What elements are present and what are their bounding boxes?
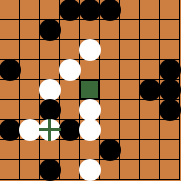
black-stone — [39, 19, 61, 41]
board-square-r0c4[interactable] — [80, 0, 100, 20]
board-square-r8c6[interactable] — [120, 160, 140, 180]
board-square-r2c4[interactable] — [80, 40, 100, 60]
black-stone — [159, 59, 181, 81]
board-square-r2c2[interactable] — [40, 40, 60, 60]
white-stone — [59, 59, 81, 81]
board-square-r0c0[interactable] — [0, 0, 20, 20]
board-square-r8c4[interactable] — [80, 160, 100, 180]
board-square-r8c8[interactable] — [160, 160, 180, 180]
board-square-r8c3[interactable] — [60, 160, 80, 180]
black-stone — [59, 119, 81, 141]
board-square-r1c4[interactable] — [80, 20, 100, 40]
board-square-r3c6[interactable] — [120, 60, 140, 80]
board-square-r2c8[interactable] — [160, 40, 180, 60]
white-stone — [19, 119, 41, 141]
board-square-r6c1[interactable] — [20, 120, 40, 140]
highlighted-square[interactable] — [80, 80, 100, 100]
board-square-r7c4[interactable] — [80, 140, 100, 160]
board-square-r8c1[interactable] — [20, 160, 40, 180]
board-square-r8c2[interactable] — [40, 160, 60, 180]
board-square-r5c7[interactable] — [140, 100, 160, 120]
black-stone — [59, 0, 81, 21]
black-stone — [99, 0, 121, 21]
black-stone — [79, 0, 101, 21]
board-square-r1c5[interactable] — [100, 20, 120, 40]
board-square-r5c2[interactable] — [40, 100, 60, 120]
board-square-r0c6[interactable] — [120, 0, 140, 20]
black-stone — [0, 59, 21, 81]
board-square-r0c5[interactable] — [100, 0, 120, 20]
cross-marker-icon — [48, 119, 51, 141]
game-board — [0, 0, 181, 181]
board-square-r7c3[interactable] — [60, 140, 80, 160]
board-square-r3c4[interactable] — [80, 60, 100, 80]
white-stone — [39, 79, 61, 101]
board-square-r2c3[interactable] — [60, 40, 80, 60]
board-square-r6c8[interactable] — [160, 120, 180, 140]
board-square-r8c7[interactable] — [140, 160, 160, 180]
board-square-r1c6[interactable] — [120, 20, 140, 40]
board-square-r4c0[interactable] — [0, 80, 20, 100]
board-square-r6c4[interactable] — [80, 120, 100, 140]
board-square-r0c8[interactable] — [160, 0, 180, 20]
board-square-r8c5[interactable] — [100, 160, 120, 180]
board-square-r2c1[interactable] — [20, 40, 40, 60]
board-square-r3c5[interactable] — [100, 60, 120, 80]
board-square-r1c1[interactable] — [20, 20, 40, 40]
board-square-r0c1[interactable] — [20, 0, 40, 20]
black-stone — [159, 79, 181, 101]
black-stone — [39, 99, 61, 121]
board-square-r0c7[interactable] — [140, 0, 160, 20]
board-square-r3c0[interactable] — [0, 60, 20, 80]
board-square-r7c6[interactable] — [120, 140, 140, 160]
board-square-r8c0[interactable] — [0, 160, 20, 180]
board-square-r7c7[interactable] — [140, 140, 160, 160]
board-square-r4c2[interactable] — [40, 80, 60, 100]
board-square-r6c6[interactable] — [120, 120, 140, 140]
board-square-r7c2[interactable] — [40, 140, 60, 160]
board-square-r4c5[interactable] — [100, 80, 120, 100]
board-square-r5c3[interactable] — [60, 100, 80, 120]
black-stone — [159, 99, 181, 121]
board-square-r0c2[interactable] — [40, 0, 60, 20]
white-stone — [79, 39, 101, 61]
board-square-r4c8[interactable] — [160, 80, 180, 100]
board-square-r1c7[interactable] — [140, 20, 160, 40]
board-square-r7c5[interactable] — [100, 140, 120, 160]
black-stone — [0, 119, 21, 141]
board-square-r4c1[interactable] — [20, 80, 40, 100]
board-square-r4c3[interactable] — [60, 80, 80, 100]
board-square-r7c1[interactable] — [20, 140, 40, 160]
board-square-r5c4[interactable] — [80, 100, 100, 120]
black-stone — [139, 79, 161, 101]
board-square-r7c0[interactable] — [0, 140, 20, 160]
black-stone — [99, 139, 121, 161]
board-square-r2c0[interactable] — [0, 40, 20, 60]
board-square-r1c8[interactable] — [160, 20, 180, 40]
white-stone — [79, 119, 101, 141]
board-square-r1c0[interactable] — [0, 20, 20, 40]
board-square-r6c7[interactable] — [140, 120, 160, 140]
white-stone — [79, 99, 101, 121]
board-square-r5c5[interactable] — [100, 100, 120, 120]
board-square-r1c3[interactable] — [60, 20, 80, 40]
board-square-r6c3[interactable] — [60, 120, 80, 140]
board-square-r6c2[interactable] — [40, 120, 60, 140]
board-square-r5c1[interactable] — [20, 100, 40, 120]
board-square-r2c7[interactable] — [140, 40, 160, 60]
board-square-r4c6[interactable] — [120, 80, 140, 100]
board-square-r5c0[interactable] — [0, 100, 20, 120]
board-square-r2c6[interactable] — [120, 40, 140, 60]
board-square-r1c2[interactable] — [40, 20, 60, 40]
board-square-r2c5[interactable] — [100, 40, 120, 60]
white-stone — [79, 159, 101, 181]
board-square-r6c5[interactable] — [100, 120, 120, 140]
board-square-r0c3[interactable] — [60, 0, 80, 20]
board-square-r6c0[interactable] — [0, 120, 20, 140]
board-square-r3c7[interactable] — [140, 60, 160, 80]
board-square-r3c8[interactable] — [160, 60, 180, 80]
board-square-r3c1[interactable] — [20, 60, 40, 80]
board-square-r7c8[interactable] — [160, 140, 180, 160]
board-square-r3c3[interactable] — [60, 60, 80, 80]
board-square-r4c7[interactable] — [140, 80, 160, 100]
board-square-r5c6[interactable] — [120, 100, 140, 120]
board-square-r3c2[interactable] — [40, 60, 60, 80]
board-square-r5c8[interactable] — [160, 100, 180, 120]
black-stone — [39, 159, 61, 181]
